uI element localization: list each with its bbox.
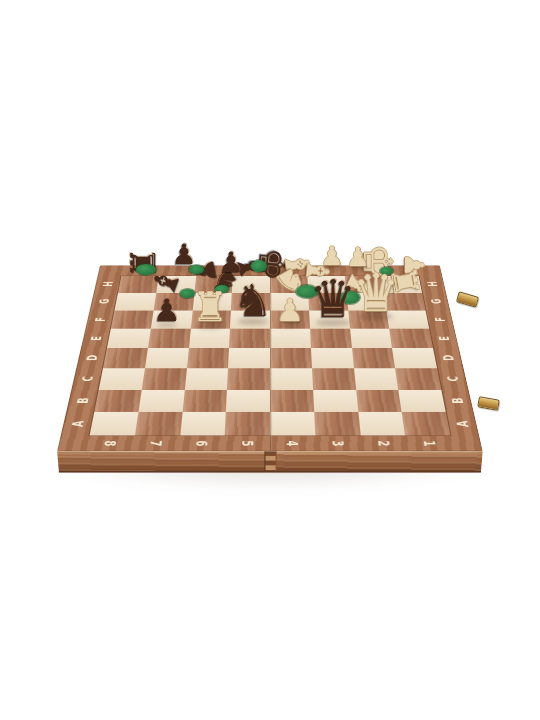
light-rook-standing: ♜: [192, 287, 228, 327]
product-photo-scene: 87654321ABCDEFGHABCDEFGH ♜♚♝♚♟♝♟♝♞♞♝♜♝♟♟…: [0, 0, 540, 720]
light-pawn-standing: ♟: [320, 243, 343, 269]
dark-pawn-standing: ♟: [218, 249, 243, 277]
green-felt-base: [136, 264, 156, 275]
dark-queen-standing: ♛: [310, 273, 357, 325]
dark-knight-standing: ♞: [233, 279, 272, 323]
pieces-layer: ♜♚♝♚♟♝♟♝♞♞♝♜♝♟♟♟♟♛♛♞♜♟♟: [0, 0, 540, 720]
dark-pawn-standing: ♟: [171, 241, 196, 269]
dark-pawn-standing: ♟: [153, 295, 181, 326]
green-felt-base: [251, 260, 267, 272]
light-queen-standing: ♛: [353, 267, 400, 319]
light-pawn-standing: ♟: [276, 295, 304, 326]
